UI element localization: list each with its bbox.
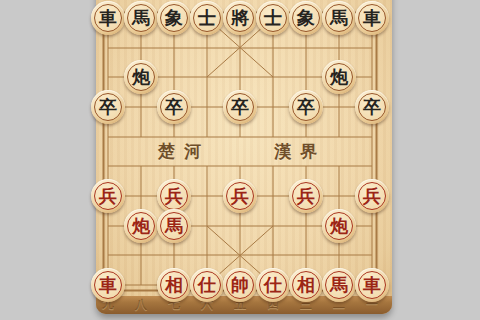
piece-black-general[interactable]: 將 (223, 1, 257, 35)
piece-red-chariot[interactable]: 車 (355, 268, 389, 302)
piece-red-soldier[interactable]: 兵 (223, 179, 257, 213)
piece-glyph: 卒 (157, 90, 191, 124)
piece-glyph: 象 (289, 1, 323, 35)
piece-black-elephant[interactable]: 象 (289, 1, 323, 35)
piece-glyph: 卒 (355, 90, 389, 124)
piece-black-soldier[interactable]: 卒 (289, 90, 323, 124)
piece-glyph: 車 (91, 268, 125, 302)
piece-black-horse[interactable]: 馬 (322, 1, 356, 35)
piece-red-advisor[interactable]: 仕 (190, 268, 224, 302)
piece-glyph: 車 (355, 268, 389, 302)
piece-glyph: 車 (355, 1, 389, 35)
xiangqi-app: 楚河 漢界 九八七六五四三二一 車馬象士將士象馬車炮炮卒卒卒卒卒兵兵兵兵兵炮馬炮… (0, 0, 480, 320)
piece-black-soldier[interactable]: 卒 (157, 90, 191, 124)
piece-red-soldier[interactable]: 兵 (289, 179, 323, 213)
piece-glyph: 士 (256, 1, 290, 35)
piece-black-horse[interactable]: 馬 (124, 1, 158, 35)
piece-red-elephant[interactable]: 相 (289, 268, 323, 302)
piece-glyph: 車 (91, 1, 125, 35)
piece-glyph: 炮 (124, 209, 158, 243)
piece-glyph: 仕 (190, 268, 224, 302)
piece-glyph: 將 (223, 1, 257, 35)
file-label-8: 八 (131, 296, 151, 313)
piece-glyph: 兵 (91, 179, 125, 213)
piece-red-elephant[interactable]: 相 (157, 268, 191, 302)
piece-black-chariot[interactable]: 車 (355, 1, 389, 35)
piece-black-elephant[interactable]: 象 (157, 1, 191, 35)
piece-red-soldier[interactable]: 兵 (91, 179, 125, 213)
piece-black-soldier[interactable]: 卒 (91, 90, 125, 124)
piece-glyph: 炮 (322, 209, 356, 243)
piece-glyph: 仕 (256, 268, 290, 302)
piece-black-advisor[interactable]: 士 (256, 1, 290, 35)
board-frame (96, 0, 392, 314)
piece-black-chariot[interactable]: 車 (91, 1, 125, 35)
piece-glyph: 馬 (157, 209, 191, 243)
piece-red-soldier[interactable]: 兵 (355, 179, 389, 213)
piece-red-cannon[interactable]: 炮 (124, 209, 158, 243)
piece-glyph: 士 (190, 1, 224, 35)
piece-black-cannon[interactable]: 炮 (322, 60, 356, 94)
piece-red-general[interactable]: 帥 (223, 268, 257, 302)
piece-glyph: 炮 (322, 60, 356, 94)
piece-glyph: 卒 (223, 90, 257, 124)
piece-glyph: 兵 (223, 179, 257, 213)
piece-glyph: 兵 (355, 179, 389, 213)
piece-red-cannon[interactable]: 炮 (322, 209, 356, 243)
piece-red-chariot[interactable]: 車 (91, 268, 125, 302)
piece-black-soldier[interactable]: 卒 (355, 90, 389, 124)
piece-glyph: 兵 (289, 179, 323, 213)
board-surface[interactable] (96, 0, 392, 296)
piece-black-soldier[interactable]: 卒 (223, 90, 257, 124)
piece-black-cannon[interactable]: 炮 (124, 60, 158, 94)
piece-glyph: 卒 (91, 90, 125, 124)
piece-glyph: 馬 (322, 268, 356, 302)
piece-red-advisor[interactable]: 仕 (256, 268, 290, 302)
piece-glyph: 帥 (223, 268, 257, 302)
piece-red-horse[interactable]: 馬 (157, 209, 191, 243)
piece-glyph: 象 (157, 1, 191, 35)
piece-glyph: 炮 (124, 60, 158, 94)
piece-black-advisor[interactable]: 士 (190, 1, 224, 35)
piece-glyph: 相 (157, 268, 191, 302)
piece-glyph: 卒 (289, 90, 323, 124)
river-label-chu: 楚河 (158, 140, 210, 164)
piece-glyph: 馬 (322, 1, 356, 35)
piece-red-horse[interactable]: 馬 (322, 268, 356, 302)
piece-glyph: 相 (289, 268, 323, 302)
river-label-han: 漢界 (274, 140, 326, 164)
piece-glyph: 馬 (124, 1, 158, 35)
